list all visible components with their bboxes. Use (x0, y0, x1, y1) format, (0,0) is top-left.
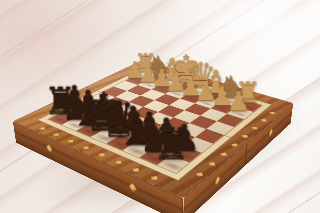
brass-inlay (215, 176, 220, 184)
brass-inlay (54, 133, 60, 136)
brass-inlay (83, 146, 89, 149)
brass-inlay (195, 172, 202, 176)
brass-inlay (251, 127, 258, 130)
brass-inlay (116, 160, 122, 164)
brass-inlay (99, 153, 105, 157)
brass-inlay (231, 143, 238, 146)
brass-inlay (46, 145, 52, 153)
brass-inlay (260, 119, 267, 122)
chess-photo-scene: ♜♞♝♚♛♝♞♜♟♟♟♟♟♟♟♟♟♟♟♟♟♟♟♟♜♞♝♚♛♝♞♜ (0, 0, 320, 213)
fold-seam-side (245, 143, 248, 166)
brass-inlay (208, 162, 215, 166)
brass-inlay (133, 168, 140, 172)
brass-inlay (269, 129, 273, 137)
piece-dark-rook[interactable]: ♜ (135, 122, 207, 165)
brass-inlay (220, 152, 227, 156)
brass-inlay (241, 135, 248, 138)
brass-inlay (269, 112, 276, 115)
brass-inlay (40, 127, 46, 130)
brass-inlay (129, 183, 137, 192)
brass-inlay (151, 176, 158, 180)
brass-inlay (68, 139, 74, 142)
piece-light-pawn[interactable]: ♟ (208, 88, 269, 114)
